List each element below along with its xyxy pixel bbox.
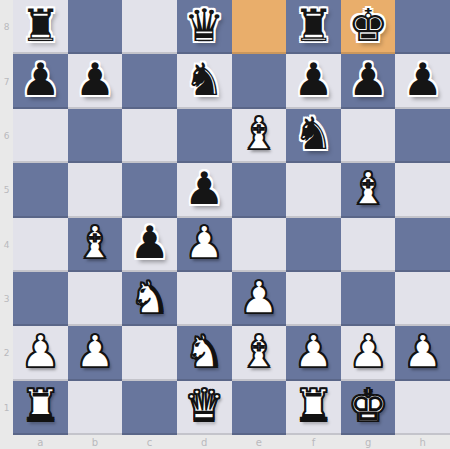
square-a2[interactable]: ♟ (13, 326, 68, 380)
piece-white-pawn[interactable]: ♟ (293, 329, 333, 374)
square-d3[interactable] (177, 272, 232, 326)
rank-label-3: 3 (0, 272, 13, 326)
file-label-d: d (177, 435, 232, 449)
piece-white-pawn[interactable]: ♟ (348, 329, 388, 374)
rank-label-8: 8 (0, 0, 13, 54)
square-e2[interactable]: ♝ (232, 326, 287, 380)
square-e4[interactable] (232, 218, 287, 272)
piece-white-rook[interactable]: ♜ (293, 383, 333, 428)
square-d5[interactable]: ♟ (177, 163, 232, 217)
square-a4[interactable] (13, 218, 68, 272)
square-b2[interactable]: ♟ (68, 326, 123, 380)
square-b7[interactable]: ♟ (68, 54, 123, 108)
piece-white-bishop[interactable]: ♝ (348, 166, 388, 211)
piece-black-pawn[interactable]: ♟ (348, 57, 388, 102)
square-h2[interactable]: ♟ (395, 326, 450, 380)
piece-white-pawn[interactable]: ♟ (239, 275, 279, 320)
square-f1[interactable]: ♜ (286, 381, 341, 435)
square-g4[interactable] (341, 218, 396, 272)
piece-white-knight[interactable]: ♞ (184, 329, 224, 374)
square-g8[interactable]: ♚ (341, 0, 396, 54)
square-g1[interactable]: ♚ (341, 381, 396, 435)
square-d2[interactable]: ♞ (177, 326, 232, 380)
square-c2[interactable] (122, 326, 177, 380)
square-c1[interactable] (122, 381, 177, 435)
piece-black-knight[interactable]: ♞ (293, 111, 333, 156)
square-e3[interactable]: ♟ (232, 272, 287, 326)
piece-black-king[interactable]: ♚ (348, 3, 388, 48)
piece-white-rook[interactable]: ♜ (20, 383, 60, 428)
file-label-h: h (395, 435, 450, 449)
piece-white-bishop[interactable]: ♝ (75, 220, 115, 265)
square-f2[interactable]: ♟ (286, 326, 341, 380)
square-c7[interactable] (122, 54, 177, 108)
piece-black-knight[interactable]: ♞ (184, 57, 224, 102)
rank-label-1: 1 (0, 381, 13, 435)
file-label-e: e (232, 435, 287, 449)
square-e5[interactable] (232, 163, 287, 217)
square-f5[interactable] (286, 163, 341, 217)
square-g2[interactable]: ♟ (341, 326, 396, 380)
square-a5[interactable] (13, 163, 68, 217)
square-h4[interactable] (395, 218, 450, 272)
square-e8[interactable] (232, 0, 287, 54)
piece-black-rook[interactable]: ♜ (293, 3, 333, 48)
square-c5[interactable] (122, 163, 177, 217)
square-a6[interactable] (13, 109, 68, 163)
square-h3[interactable] (395, 272, 450, 326)
file-label-a: a (13, 435, 68, 449)
square-f6[interactable]: ♞ (286, 109, 341, 163)
rank-label-5: 5 (0, 163, 13, 217)
square-f4[interactable] (286, 218, 341, 272)
piece-black-queen[interactable]: ♛ (184, 3, 224, 48)
square-g3[interactable] (341, 272, 396, 326)
square-c6[interactable] (122, 109, 177, 163)
rank-label-4: 4 (0, 218, 13, 272)
piece-black-pawn[interactable]: ♟ (20, 57, 60, 102)
square-d4[interactable]: ♟ (177, 218, 232, 272)
square-b4[interactable]: ♝ (68, 218, 123, 272)
square-b1[interactable] (68, 381, 123, 435)
square-h6[interactable] (395, 109, 450, 163)
file-label-f: f (286, 435, 341, 449)
piece-black-rook[interactable]: ♜ (20, 3, 60, 48)
file-label-b: b (68, 435, 123, 449)
piece-white-knight[interactable]: ♞ (129, 275, 169, 320)
square-e7[interactable] (232, 54, 287, 108)
file-label-g: g (341, 435, 396, 449)
file-labels: abcdefgh (13, 435, 450, 449)
square-f8[interactable]: ♜ (286, 0, 341, 54)
square-f7[interactable]: ♟ (286, 54, 341, 108)
square-d1[interactable]: ♛ (177, 381, 232, 435)
square-e1[interactable] (232, 381, 287, 435)
piece-white-bishop[interactable]: ♝ (239, 111, 279, 156)
piece-white-king[interactable]: ♚ (348, 383, 388, 428)
rank-labels: 87654321 (0, 0, 13, 435)
piece-black-pawn[interactable]: ♟ (293, 57, 333, 102)
square-b6[interactable] (68, 109, 123, 163)
rank-label-7: 7 (0, 54, 13, 108)
rank-label-2: 2 (0, 326, 13, 380)
chess-board-panel: 87654321 ♜♛♜♚♟♟♞♟♟♟♝♞♟♝♝♟♟♞♟♟♟♞♝♟♟♟♜♛♜♚ … (0, 0, 450, 449)
square-c3[interactable]: ♞ (122, 272, 177, 326)
piece-black-pawn[interactable]: ♟ (75, 57, 115, 102)
chess-board: ♜♛♜♚♟♟♞♟♟♟♝♞♟♝♝♟♟♞♟♟♟♞♝♟♟♟♜♛♜♚ (13, 0, 450, 435)
piece-white-pawn[interactable]: ♟ (75, 329, 115, 374)
square-h8[interactable] (395, 0, 450, 54)
square-f3[interactable] (286, 272, 341, 326)
rank-label-6: 6 (0, 109, 13, 163)
square-c4[interactable]: ♟ (122, 218, 177, 272)
square-g5[interactable]: ♝ (341, 163, 396, 217)
square-b5[interactable] (68, 163, 123, 217)
square-g7[interactable]: ♟ (341, 54, 396, 108)
piece-white-bishop[interactable]: ♝ (239, 329, 279, 374)
square-c8[interactable] (122, 0, 177, 54)
square-h1[interactable] (395, 381, 450, 435)
piece-black-pawn[interactable]: ♟ (403, 57, 443, 102)
square-g6[interactable] (341, 109, 396, 163)
piece-white-pawn[interactable]: ♟ (20, 329, 60, 374)
piece-white-pawn[interactable]: ♟ (403, 329, 443, 374)
piece-black-pawn[interactable]: ♟ (129, 220, 169, 265)
square-e6[interactable]: ♝ (232, 109, 287, 163)
square-d8[interactable]: ♛ (177, 0, 232, 54)
square-h5[interactable] (395, 163, 450, 217)
square-a7[interactable]: ♟ (13, 54, 68, 108)
square-a8[interactable]: ♜ (13, 0, 68, 54)
square-b3[interactable] (68, 272, 123, 326)
square-a3[interactable] (13, 272, 68, 326)
piece-black-pawn[interactable]: ♟ (184, 166, 224, 211)
piece-white-pawn[interactable]: ♟ (184, 220, 224, 265)
file-label-c: c (122, 435, 177, 449)
square-d6[interactable] (177, 109, 232, 163)
piece-white-queen[interactable]: ♛ (184, 383, 224, 428)
square-b8[interactable] (68, 0, 123, 54)
square-a1[interactable]: ♜ (13, 381, 68, 435)
square-d7[interactable]: ♞ (177, 54, 232, 108)
square-h7[interactable]: ♟ (395, 54, 450, 108)
